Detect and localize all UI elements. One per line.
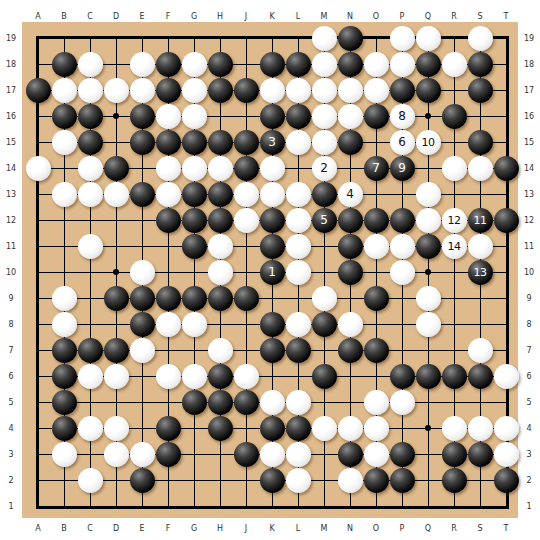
stone-black-J17 (234, 78, 259, 103)
col-label-top-Q: Q (425, 12, 431, 21)
row-label-left-19: 19 (6, 34, 16, 43)
row-label-left-6: 6 (8, 372, 13, 381)
go-board[interactable]: 8361027945121114113 (22, 22, 518, 518)
row-label-right-1: 1 (526, 502, 531, 511)
stone-white-E3 (130, 442, 155, 467)
stone-black-K8 (260, 312, 285, 337)
row-label-right-3: 3 (526, 450, 531, 459)
stone-black-L18 (286, 52, 311, 77)
stone-white-O17 (364, 78, 389, 103)
col-label-top-O: O (373, 12, 379, 21)
row-label-left-8: 8 (8, 320, 13, 329)
move-number-1: 1 (260, 260, 285, 285)
col-label-top-D: D (113, 12, 119, 21)
stone-white-L10 (286, 260, 311, 285)
row-label-right-18: 18 (524, 60, 534, 69)
row-label-left-18: 18 (6, 60, 16, 69)
move-number-11: 11 (468, 208, 493, 233)
row-label-left-7: 7 (8, 346, 13, 355)
stone-white-B9 (52, 286, 77, 311)
stone-black-P14: 9 (390, 156, 415, 181)
stone-white-T6 (494, 364, 519, 389)
stone-black-E16 (130, 104, 155, 129)
stone-white-G8 (182, 312, 207, 337)
stone-black-M12: 5 (312, 208, 337, 233)
stone-white-B15 (52, 130, 77, 155)
stone-black-R6 (442, 364, 467, 389)
col-label-bottom-L: L (296, 524, 300, 533)
col-label-bottom-A: A (35, 524, 40, 533)
stone-white-R11: 14 (442, 234, 467, 259)
col-label-top-A: A (35, 12, 40, 21)
stone-white-N13: 4 (338, 182, 363, 207)
stone-black-E13 (130, 182, 155, 207)
stone-black-G11 (182, 234, 207, 259)
row-label-left-9: 9 (8, 294, 13, 303)
row-label-right-19: 19 (524, 34, 534, 43)
stone-white-L12 (286, 208, 311, 233)
stone-white-R4 (442, 416, 467, 441)
stone-white-G17 (182, 78, 207, 103)
row-label-right-5: 5 (526, 398, 531, 407)
row-label-left-1: 1 (8, 502, 13, 511)
stone-white-M14: 2 (312, 156, 337, 181)
stone-white-K5 (260, 390, 285, 415)
stone-black-T14 (494, 156, 519, 181)
stone-black-J9 (234, 286, 259, 311)
stone-white-T3 (494, 442, 519, 467)
stone-white-H7 (208, 338, 233, 363)
star-point-D16 (113, 113, 119, 119)
row-label-left-14: 14 (6, 164, 16, 173)
stone-black-E2 (130, 468, 155, 493)
stone-white-G18 (182, 52, 207, 77)
row-label-right-4: 4 (526, 424, 531, 433)
stone-black-K4 (260, 416, 285, 441)
stone-black-R16 (442, 104, 467, 129)
stone-white-D3 (104, 442, 129, 467)
col-label-bottom-R: R (451, 524, 457, 533)
stone-black-H4 (208, 416, 233, 441)
stone-black-S3 (468, 442, 493, 467)
stone-white-D17 (104, 78, 129, 103)
stone-black-C16 (78, 104, 103, 129)
stone-black-N12 (338, 208, 363, 233)
stone-white-T4 (494, 416, 519, 441)
stone-white-H10 (208, 260, 233, 285)
row-label-left-11: 11 (6, 242, 16, 251)
stone-white-R12: 12 (442, 208, 467, 233)
row-label-right-2: 2 (526, 476, 531, 485)
stone-black-F4 (156, 416, 181, 441)
stone-black-Q18 (416, 52, 441, 77)
col-label-top-F: F (166, 12, 171, 21)
row-label-left-10: 10 (6, 268, 16, 277)
stone-white-C4 (78, 416, 103, 441)
stone-white-B8 (52, 312, 77, 337)
col-label-bottom-K: K (269, 524, 274, 533)
stone-white-E10 (130, 260, 155, 285)
stone-black-S10: 13 (468, 260, 493, 285)
stone-white-F6 (156, 364, 181, 389)
stone-black-B5 (52, 390, 77, 415)
stone-white-K13 (260, 182, 285, 207)
move-number-6: 6 (390, 130, 415, 155)
stone-black-H12 (208, 208, 233, 233)
stone-black-R3 (442, 442, 467, 467)
stone-black-N10 (338, 260, 363, 285)
stone-white-O3 (364, 442, 389, 467)
row-label-left-15: 15 (6, 138, 16, 147)
col-label-top-B: B (61, 12, 67, 21)
stone-black-A17 (26, 78, 51, 103)
stone-black-K16 (260, 104, 285, 129)
stone-black-K2 (260, 468, 285, 493)
col-label-top-P: P (400, 12, 405, 21)
stone-white-Q15: 10 (416, 130, 441, 155)
stone-black-G13 (182, 182, 207, 207)
stone-black-J3 (234, 442, 259, 467)
stone-black-O7 (364, 338, 389, 363)
stone-white-H14 (208, 156, 233, 181)
row-label-right-16: 16 (524, 112, 534, 121)
stone-white-E7 (130, 338, 155, 363)
stone-black-E8 (130, 312, 155, 337)
col-label-top-C: C (87, 12, 93, 21)
stone-white-F13 (156, 182, 181, 207)
row-label-left-12: 12 (6, 216, 16, 225)
star-point-D10 (113, 269, 119, 275)
stone-white-E18 (130, 52, 155, 77)
stone-white-B3 (52, 442, 77, 467)
col-label-bottom-S: S (477, 524, 482, 533)
stone-black-M6 (312, 364, 337, 389)
stone-black-L7 (286, 338, 311, 363)
move-number-3: 3 (260, 130, 285, 155)
stone-black-B6 (52, 364, 77, 389)
stone-white-M16 (312, 104, 337, 129)
stone-white-O11 (364, 234, 389, 259)
stone-white-M15 (312, 130, 337, 155)
stone-black-B16 (52, 104, 77, 129)
col-label-top-R: R (451, 12, 457, 21)
stone-black-B7 (52, 338, 77, 363)
stone-white-C18 (78, 52, 103, 77)
stone-black-Q6 (416, 364, 441, 389)
stone-black-B18 (52, 52, 77, 77)
stone-white-K3 (260, 442, 285, 467)
stone-white-Q8 (416, 312, 441, 337)
stone-white-G14 (182, 156, 207, 181)
col-label-bottom-D: D (113, 524, 119, 533)
row-label-left-3: 3 (8, 450, 13, 459)
stone-white-A14 (26, 156, 51, 181)
stone-white-D4 (104, 416, 129, 441)
stone-white-C2 (78, 468, 103, 493)
stone-white-F14 (156, 156, 181, 181)
stone-white-S19 (468, 26, 493, 51)
row-label-right-6: 6 (526, 372, 531, 381)
stone-black-F9 (156, 286, 181, 311)
col-label-bottom-O: O (373, 524, 379, 533)
stone-black-O12 (364, 208, 389, 233)
stone-white-P18 (390, 52, 415, 77)
stone-white-Q9 (416, 286, 441, 311)
move-number-9: 9 (390, 156, 415, 181)
star-point-Q10 (425, 269, 431, 275)
stone-white-L11 (286, 234, 311, 259)
col-label-bottom-M: M (321, 524, 328, 533)
stone-white-P5 (390, 390, 415, 415)
stone-white-M18 (312, 52, 337, 77)
stone-white-L17 (286, 78, 311, 103)
stone-black-H17 (208, 78, 233, 103)
stone-black-K11 (260, 234, 285, 259)
stone-black-N11 (338, 234, 363, 259)
col-label-top-M: M (321, 12, 328, 21)
col-label-bottom-P: P (400, 524, 405, 533)
stone-white-M4 (312, 416, 337, 441)
col-label-top-L: L (296, 12, 300, 21)
stone-white-O4 (364, 416, 389, 441)
stone-white-J12 (234, 208, 259, 233)
stone-white-P16: 8 (390, 104, 415, 129)
stone-white-Q19 (416, 26, 441, 51)
stone-black-K18 (260, 52, 285, 77)
stone-black-N19 (338, 26, 363, 51)
stone-white-R14 (442, 156, 467, 181)
stone-black-H18 (208, 52, 233, 77)
stone-white-C6 (78, 364, 103, 389)
stone-white-N2 (338, 468, 363, 493)
stone-white-L15 (286, 130, 311, 155)
star-point-Q4 (425, 425, 431, 431)
row-label-right-11: 11 (524, 242, 534, 251)
stone-white-L3 (286, 442, 311, 467)
col-label-bottom-F: F (166, 524, 171, 533)
stone-white-S11 (468, 234, 493, 259)
stone-black-O16 (364, 104, 389, 129)
stone-white-C11 (78, 234, 103, 259)
move-number-14: 14 (442, 234, 467, 259)
col-label-top-T: T (504, 12, 509, 21)
col-label-bottom-E: E (139, 524, 144, 533)
stone-black-J5 (234, 390, 259, 415)
stone-black-S12: 11 (468, 208, 493, 233)
stone-white-N8 (338, 312, 363, 337)
stone-white-M17 (312, 78, 337, 103)
stone-black-F18 (156, 52, 181, 77)
move-number-13: 13 (468, 260, 493, 285)
stone-black-O9 (364, 286, 389, 311)
stone-black-N3 (338, 442, 363, 467)
stone-black-L16 (286, 104, 311, 129)
stone-white-F16 (156, 104, 181, 129)
row-label-right-10: 10 (524, 268, 534, 277)
move-number-7: 7 (364, 156, 389, 181)
stone-black-H6 (208, 364, 233, 389)
stone-white-Q13 (416, 182, 441, 207)
stone-black-P6 (390, 364, 415, 389)
stone-black-E15 (130, 130, 155, 155)
stone-black-F15 (156, 130, 181, 155)
col-label-top-N: N (347, 12, 353, 21)
stone-black-H9 (208, 286, 233, 311)
stone-black-K7 (260, 338, 285, 363)
stone-white-B13 (52, 182, 77, 207)
row-label-left-4: 4 (8, 424, 13, 433)
stone-white-O18 (364, 52, 389, 77)
stone-black-J15 (234, 130, 259, 155)
stone-black-S6 (468, 364, 493, 389)
stone-black-B4 (52, 416, 77, 441)
col-label-bottom-T: T (504, 524, 509, 533)
move-number-5: 5 (312, 208, 337, 233)
stone-black-J14 (234, 156, 259, 181)
stone-white-G6 (182, 364, 207, 389)
stone-black-C7 (78, 338, 103, 363)
stone-white-N17 (338, 78, 363, 103)
stone-black-S15 (468, 130, 493, 155)
col-label-top-K: K (269, 12, 274, 21)
stone-white-E17 (130, 78, 155, 103)
col-label-top-E: E (139, 12, 144, 21)
stone-black-T12 (494, 208, 519, 233)
row-label-right-13: 13 (524, 190, 534, 199)
stone-white-P19 (390, 26, 415, 51)
row-label-right-7: 7 (526, 346, 531, 355)
col-label-top-J: J (245, 12, 247, 21)
col-label-top-S: S (477, 12, 482, 21)
stone-black-N7 (338, 338, 363, 363)
stone-white-F8 (156, 312, 181, 337)
row-label-right-8: 8 (526, 320, 531, 329)
stone-black-Q11 (416, 234, 441, 259)
stone-black-P17 (390, 78, 415, 103)
stone-white-O5 (364, 390, 389, 415)
stone-white-P11 (390, 234, 415, 259)
col-label-bottom-J: J (245, 524, 247, 533)
col-label-bottom-G: G (191, 524, 197, 533)
stone-black-G5 (182, 390, 207, 415)
col-label-top-G: G (191, 12, 197, 21)
stone-white-N16 (338, 104, 363, 129)
stone-white-N4 (338, 416, 363, 441)
stone-black-H15 (208, 130, 233, 155)
stone-black-D9 (104, 286, 129, 311)
move-number-4: 4 (338, 182, 363, 207)
stone-white-J13 (234, 182, 259, 207)
stone-black-R2 (442, 468, 467, 493)
stone-white-L5 (286, 390, 311, 415)
stone-black-G12 (182, 208, 207, 233)
stone-white-M9 (312, 286, 337, 311)
stone-white-J6 (234, 364, 259, 389)
stone-white-B17 (52, 78, 77, 103)
stone-black-E9 (130, 286, 155, 311)
stone-white-P15: 6 (390, 130, 415, 155)
stone-black-K15: 3 (260, 130, 285, 155)
stone-white-C17 (78, 78, 103, 103)
stone-white-L2 (286, 468, 311, 493)
star-point-Q16 (425, 113, 431, 119)
move-number-8: 8 (390, 104, 415, 129)
move-number-2: 2 (312, 156, 337, 181)
stone-white-L8 (286, 312, 311, 337)
row-label-left-16: 16 (6, 112, 16, 121)
stone-black-P3 (390, 442, 415, 467)
stone-white-R18 (442, 52, 467, 77)
stone-black-S17 (468, 78, 493, 103)
stone-black-O2 (364, 468, 389, 493)
col-label-bottom-H: H (217, 524, 223, 533)
stone-white-D13 (104, 182, 129, 207)
stone-black-H13 (208, 182, 233, 207)
stone-white-S7 (468, 338, 493, 363)
stone-black-L4 (286, 416, 311, 441)
stone-white-M19 (312, 26, 337, 51)
go-diagram-page: 8361027945121114113 AABBCCDDEEFFGGHHJJKK… (0, 0, 540, 540)
stone-black-F17 (156, 78, 181, 103)
stone-white-G16 (182, 104, 207, 129)
stone-black-K10: 1 (260, 260, 285, 285)
col-label-bottom-B: B (61, 524, 67, 533)
stone-black-T2 (494, 468, 519, 493)
stone-black-D14 (104, 156, 129, 181)
col-label-bottom-N: N (347, 524, 353, 533)
stone-black-G9 (182, 286, 207, 311)
stone-black-N15 (338, 130, 363, 155)
stone-white-S4 (468, 416, 493, 441)
stone-white-K14 (260, 156, 285, 181)
col-label-bottom-Q: Q (425, 524, 431, 533)
stone-white-D6 (104, 364, 129, 389)
stone-white-S14 (468, 156, 493, 181)
stone-white-P10 (390, 260, 415, 285)
stone-black-P12 (390, 208, 415, 233)
stone-black-F3 (156, 442, 181, 467)
stone-black-F12 (156, 208, 181, 233)
col-label-bottom-C: C (87, 524, 93, 533)
stone-black-S18 (468, 52, 493, 77)
stone-black-M13 (312, 182, 337, 207)
stone-white-H11 (208, 234, 233, 259)
row-label-left-5: 5 (8, 398, 13, 407)
stone-white-Q12 (416, 208, 441, 233)
stone-black-G15 (182, 130, 207, 155)
row-label-right-9: 9 (526, 294, 531, 303)
stone-black-M8 (312, 312, 337, 337)
row-label-left-17: 17 (6, 86, 16, 95)
stone-white-C14 (78, 156, 103, 181)
move-number-12: 12 (442, 208, 467, 233)
row-label-right-12: 12 (524, 216, 534, 225)
row-label-left-2: 2 (8, 476, 13, 485)
stone-black-Q17 (416, 78, 441, 103)
row-label-right-17: 17 (524, 86, 534, 95)
stone-black-N18 (338, 52, 363, 77)
stone-white-C13 (78, 182, 103, 207)
row-label-right-14: 14 (524, 164, 534, 173)
stone-black-K12 (260, 208, 285, 233)
stone-black-D7 (104, 338, 129, 363)
stone-black-C15 (78, 130, 103, 155)
stone-white-L13 (286, 182, 311, 207)
col-label-top-H: H (217, 12, 223, 21)
row-label-right-15: 15 (524, 138, 534, 147)
move-number-10: 10 (416, 130, 441, 155)
row-label-left-13: 13 (6, 190, 16, 199)
